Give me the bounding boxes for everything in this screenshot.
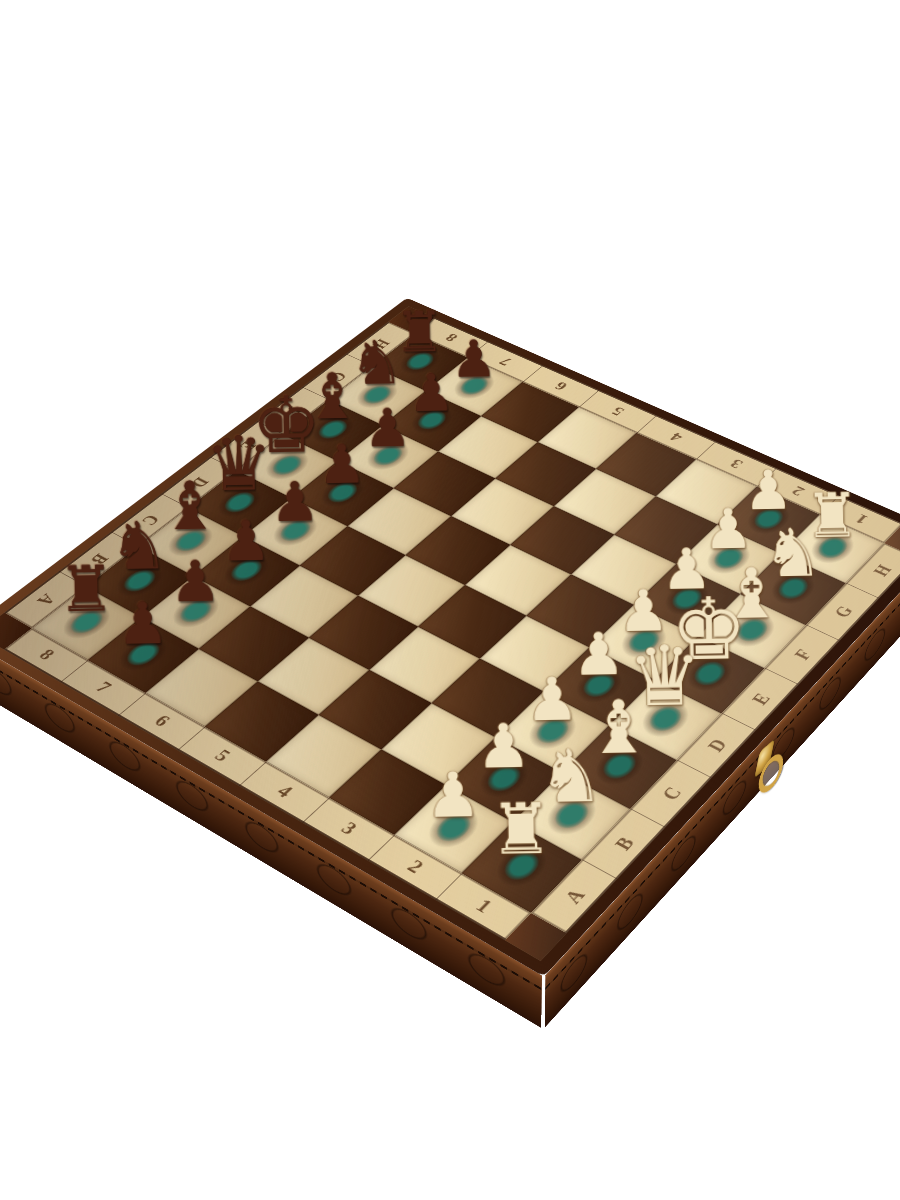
piece-white-r-a1[interactable]: ♜: [470, 794, 573, 867]
coordinate-label: C: [656, 783, 686, 803]
pieces-layer: ♜♞♝♛♚♝♞♜♟♟♟♟♟♟♟♟♟♟♟♟♟♟♟♟♜♞♝♛♚♝♞♜: [32, 334, 884, 913]
coordinate-label: 6: [149, 712, 173, 730]
coordinate-label: 4: [272, 782, 297, 802]
chess-board: ABCDEFGH ABCDEFGH 87654321 87654321 ♜♞♝♛…: [0, 298, 900, 977]
coordinate-label: 1: [471, 896, 496, 918]
coordinate-label: H: [868, 562, 896, 579]
coordinate-label: 7: [91, 679, 115, 697]
coordinate-label: 5: [210, 747, 235, 766]
chess-set-photo: ABCDEFGH ABCDEFGH 87654321 87654321 ♜♞♝♛…: [0, 0, 900, 1200]
piece-black-p-a7[interactable]: ♟: [96, 594, 190, 654]
